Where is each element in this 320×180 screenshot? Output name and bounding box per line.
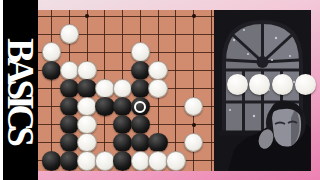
last-move-marker: [134, 101, 146, 113]
black-stone[interactable]: [77, 79, 97, 99]
series-banner: BASICS: [0, 0, 38, 180]
black-stone[interactable]: [131, 79, 151, 99]
black-stone[interactable]: [42, 151, 62, 171]
series-banner-label: BASICS: [0, 38, 42, 142]
window-center-dot: [257, 56, 269, 68]
black-stone[interactable]: [60, 79, 80, 99]
white-stone[interactable]: [60, 24, 80, 44]
white-stone[interactable]: [77, 97, 97, 117]
black-stone[interactable]: [95, 97, 115, 117]
black-stone[interactable]: [131, 115, 151, 135]
white-stone[interactable]: [77, 133, 97, 153]
white-stone[interactable]: [77, 115, 97, 135]
white-stone[interactable]: [77, 61, 97, 81]
overlay-white-stone: [249, 74, 270, 95]
thumbnail-frame: BASICS: [0, 0, 320, 180]
black-stone[interactable]: [113, 115, 133, 135]
white-stone[interactable]: [131, 42, 151, 62]
black-stone[interactable]: [42, 61, 62, 81]
black-stone[interactable]: [60, 115, 80, 135]
board-gridline: [38, 16, 214, 17]
overlay-white-stone: [295, 74, 316, 95]
star-point: [192, 14, 196, 18]
black-stone[interactable]: [60, 133, 80, 153]
white-stone[interactable]: [131, 151, 151, 171]
white-stone[interactable]: [113, 79, 133, 99]
black-stone[interactable]: [60, 97, 80, 117]
white-stone[interactable]: [166, 151, 186, 171]
white-stone[interactable]: [148, 61, 168, 81]
black-stone[interactable]: [113, 151, 133, 171]
white-stone[interactable]: [95, 79, 115, 99]
white-stone[interactable]: [77, 151, 97, 171]
white-stone[interactable]: [60, 61, 80, 81]
overlay-white-stone: [227, 74, 248, 95]
overlay-white-stone: [272, 74, 293, 95]
star-point: [85, 14, 89, 18]
black-stone[interactable]: [131, 61, 151, 81]
black-stone[interactable]: [113, 133, 133, 153]
black-stone[interactable]: [60, 151, 80, 171]
white-stone[interactable]: [42, 42, 62, 62]
white-stone[interactable]: [184, 133, 204, 153]
black-stone[interactable]: [113, 97, 133, 117]
white-stone[interactable]: [148, 79, 168, 99]
white-stone[interactable]: [148, 151, 168, 171]
star-point: [192, 123, 196, 127]
go-board[interactable]: [38, 10, 214, 171]
white-stone[interactable]: [184, 97, 204, 117]
black-stone[interactable]: [131, 133, 151, 153]
board-gridline: [38, 52, 214, 53]
black-stone[interactable]: [148, 133, 168, 153]
white-stone[interactable]: [95, 151, 115, 171]
black-stone[interactable]: [131, 97, 151, 117]
